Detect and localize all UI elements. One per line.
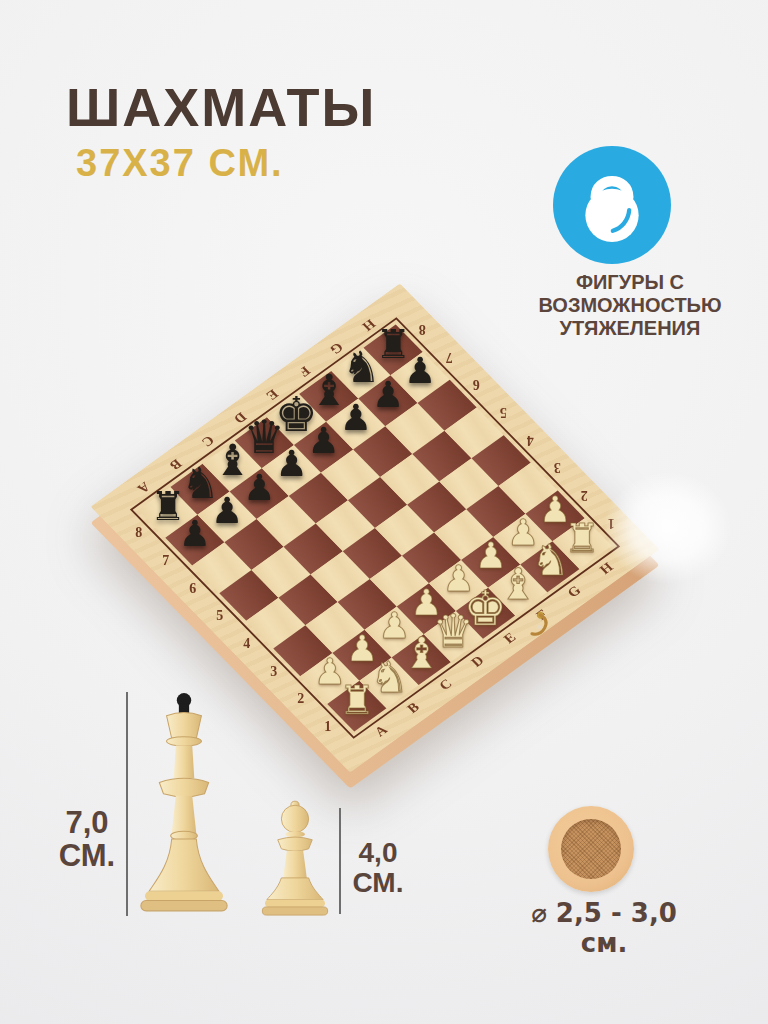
piece-base-texture (561, 819, 621, 879)
rank-label-left-1: 1 (324, 719, 331, 735)
piece-white-rook: ♜ (564, 518, 600, 558)
piece-black-pawn: ♟ (211, 493, 243, 529)
king-figure-image (132, 690, 236, 916)
pawn-figure-image (250, 798, 340, 916)
rank-label-left-6: 6 (189, 581, 196, 597)
base-diameter-label: ⌀ 2,5 - 3,0 см. (514, 898, 694, 958)
rank-label-right-6: 6 (473, 376, 480, 392)
caption-line-3: УТЯЖЕЛЕНИЯ (512, 317, 748, 340)
product-page: ШАХМАТЫ 37X37 СМ. ФИГУРЫ С ВОЗМОЖНОСТЬЮ … (0, 0, 768, 1024)
rank-label-right-2: 2 (581, 487, 588, 503)
weight-feature-caption: ФИГУРЫ С ВОЗМОЖНОСТЬЮ УТЯЖЕЛЕНИЯ (512, 271, 748, 341)
board-grid: ♜♞♝♛♚♝♞♜♟♟♟♟♟♟♟♟♟♟♟♟♟♟♟♟♜♞♝♛♚♝♞♜ (138, 324, 611, 731)
rank-label-left-7: 7 (162, 553, 169, 569)
rank-label-left-2: 2 (297, 691, 304, 707)
king-height-value: 7,0 (52, 806, 122, 839)
file-label-bottom-h: H (597, 560, 617, 578)
rank-label-left-4: 4 (243, 636, 250, 652)
rank-label-right-7: 7 (446, 349, 453, 365)
file-label-bottom-a: A (372, 723, 391, 740)
piece-black-pawn: ♟ (243, 470, 275, 506)
board-size-subtitle: 37X37 СМ. (76, 142, 284, 185)
king-height-label: 7,0 СМ. (52, 806, 122, 873)
rank-label-left-8: 8 (135, 525, 142, 541)
piece-black-pawn: ♟ (340, 400, 372, 436)
rank-label-right-8: 8 (419, 321, 426, 337)
piece-black-pawn: ♟ (179, 516, 211, 552)
piece-black-pawn: ♟ (307, 423, 339, 459)
rank-label-right-1: 1 (608, 515, 615, 531)
piece-base-circle (548, 806, 634, 892)
file-label-bottom-c: C (436, 676, 455, 693)
piece-black-pawn: ♟ (404, 354, 436, 390)
piece-black-pawn: ♟ (372, 377, 404, 413)
kettlebell-icon (569, 162, 655, 248)
pawn-height-unit: СМ. (345, 868, 411, 898)
pawn-height-label: 4,0 СМ. (345, 838, 411, 898)
pawn-height-line (339, 808, 341, 914)
caption-line-2: ВОЗМОЖНОСТЬЮ (512, 294, 748, 317)
rank-label-right-4: 4 (527, 432, 534, 448)
file-label-bottom-b: B (404, 700, 423, 717)
file-label-bottom-g: G (564, 583, 584, 601)
rank-label-left-3: 3 (270, 664, 277, 680)
rank-label-right-5: 5 (500, 404, 507, 420)
piece-black-pawn: ♟ (275, 446, 307, 482)
pawn-height-value: 4,0 (345, 838, 411, 868)
weight-feature-badge (553, 146, 671, 264)
king-height-line (126, 692, 128, 916)
caption-line-1: ФИГУРЫ С (512, 271, 748, 294)
rank-label-left-5: 5 (216, 608, 223, 624)
rank-label-right-3: 3 (554, 459, 561, 475)
page-title: ШАХМАТЫ (66, 76, 376, 138)
king-height-unit: СМ. (52, 839, 122, 872)
